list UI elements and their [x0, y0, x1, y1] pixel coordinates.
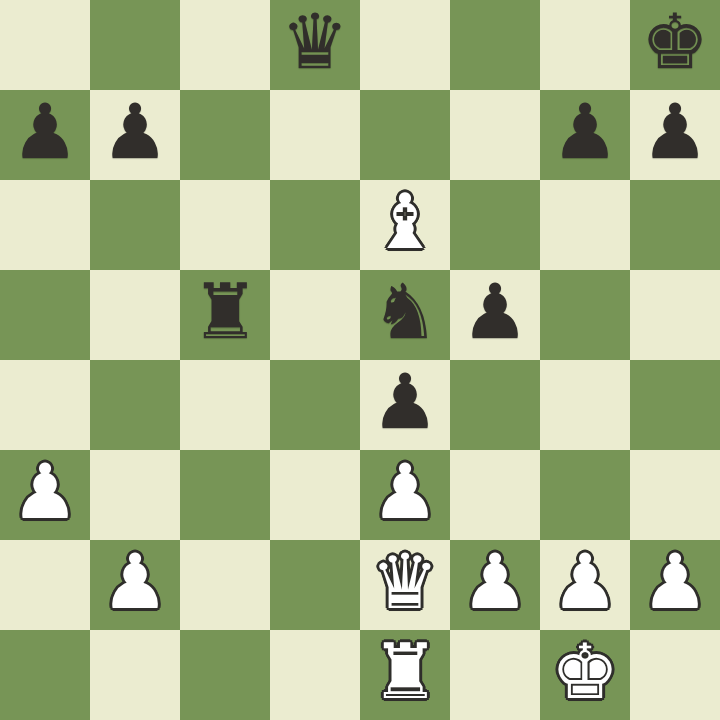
- white-pawn[interactable]: ♟: [0, 450, 90, 540]
- square-h7[interactable]: ♟: [630, 90, 720, 180]
- square-g2[interactable]: ♟: [540, 540, 630, 630]
- square-c3[interactable]: [180, 450, 270, 540]
- black-pawn[interactable]: ♟: [540, 90, 630, 180]
- square-d5[interactable]: [270, 270, 360, 360]
- square-a7[interactable]: ♟: [0, 90, 90, 180]
- black-king[interactable]: ♚: [630, 0, 720, 90]
- square-h6[interactable]: [630, 180, 720, 270]
- square-c4[interactable]: [180, 360, 270, 450]
- square-e2[interactable]: ♛: [360, 540, 450, 630]
- square-d7[interactable]: [270, 90, 360, 180]
- square-f1[interactable]: [450, 630, 540, 720]
- white-king[interactable]: ♚: [540, 630, 630, 720]
- square-e3[interactable]: ♟: [360, 450, 450, 540]
- square-c8[interactable]: [180, 0, 270, 90]
- square-e6[interactable]: ♝: [360, 180, 450, 270]
- square-h1[interactable]: [630, 630, 720, 720]
- square-g4[interactable]: [540, 360, 630, 450]
- square-b1[interactable]: [90, 630, 180, 720]
- black-pawn[interactable]: ♟: [360, 360, 450, 450]
- white-queen[interactable]: ♛: [360, 540, 450, 630]
- square-f6[interactable]: [450, 180, 540, 270]
- square-a3[interactable]: ♟: [0, 450, 90, 540]
- square-h3[interactable]: [630, 450, 720, 540]
- square-b4[interactable]: [90, 360, 180, 450]
- black-pawn[interactable]: ♟: [0, 90, 90, 180]
- square-g6[interactable]: [540, 180, 630, 270]
- square-a8[interactable]: [0, 0, 90, 90]
- square-g5[interactable]: [540, 270, 630, 360]
- white-pawn[interactable]: ♟: [360, 450, 450, 540]
- square-b2[interactable]: ♟: [90, 540, 180, 630]
- square-f7[interactable]: [450, 90, 540, 180]
- square-d2[interactable]: [270, 540, 360, 630]
- chess-board: ♛♚♟♟♟♟♝♜♞♟♟♟♟♟♛♟♟♟♜♚: [0, 0, 720, 720]
- square-e8[interactable]: [360, 0, 450, 90]
- square-f2[interactable]: ♟: [450, 540, 540, 630]
- white-pawn[interactable]: ♟: [450, 540, 540, 630]
- white-pawn[interactable]: ♟: [630, 540, 720, 630]
- square-b6[interactable]: [90, 180, 180, 270]
- square-g1[interactable]: ♚: [540, 630, 630, 720]
- white-bishop[interactable]: ♝: [360, 180, 450, 270]
- square-g7[interactable]: ♟: [540, 90, 630, 180]
- square-a2[interactable]: [0, 540, 90, 630]
- square-e4[interactable]: ♟: [360, 360, 450, 450]
- square-g8[interactable]: [540, 0, 630, 90]
- white-pawn[interactable]: ♟: [540, 540, 630, 630]
- square-d1[interactable]: [270, 630, 360, 720]
- square-f4[interactable]: [450, 360, 540, 450]
- black-rook[interactable]: ♜: [180, 270, 270, 360]
- square-f3[interactable]: [450, 450, 540, 540]
- square-e7[interactable]: [360, 90, 450, 180]
- square-c5[interactable]: ♜: [180, 270, 270, 360]
- white-pawn[interactable]: ♟: [90, 540, 180, 630]
- square-h8[interactable]: ♚: [630, 0, 720, 90]
- square-c7[interactable]: [180, 90, 270, 180]
- square-c2[interactable]: [180, 540, 270, 630]
- square-a1[interactable]: [0, 630, 90, 720]
- square-e1[interactable]: ♜: [360, 630, 450, 720]
- black-knight[interactable]: ♞: [360, 270, 450, 360]
- square-b8[interactable]: [90, 0, 180, 90]
- square-f8[interactable]: [450, 0, 540, 90]
- square-a4[interactable]: [0, 360, 90, 450]
- black-pawn[interactable]: ♟: [450, 270, 540, 360]
- square-e5[interactable]: ♞: [360, 270, 450, 360]
- square-d6[interactable]: [270, 180, 360, 270]
- square-b5[interactable]: [90, 270, 180, 360]
- square-d4[interactable]: [270, 360, 360, 450]
- square-c1[interactable]: [180, 630, 270, 720]
- square-d3[interactable]: [270, 450, 360, 540]
- black-pawn[interactable]: ♟: [90, 90, 180, 180]
- square-h4[interactable]: [630, 360, 720, 450]
- square-a6[interactable]: [0, 180, 90, 270]
- square-f5[interactable]: ♟: [450, 270, 540, 360]
- square-h5[interactable]: [630, 270, 720, 360]
- square-h2[interactable]: ♟: [630, 540, 720, 630]
- square-d8[interactable]: ♛: [270, 0, 360, 90]
- square-c6[interactable]: [180, 180, 270, 270]
- black-pawn[interactable]: ♟: [630, 90, 720, 180]
- square-g3[interactable]: [540, 450, 630, 540]
- square-a5[interactable]: [0, 270, 90, 360]
- square-b3[interactable]: [90, 450, 180, 540]
- white-rook[interactable]: ♜: [360, 630, 450, 720]
- square-b7[interactable]: ♟: [90, 90, 180, 180]
- black-queen[interactable]: ♛: [270, 0, 360, 90]
